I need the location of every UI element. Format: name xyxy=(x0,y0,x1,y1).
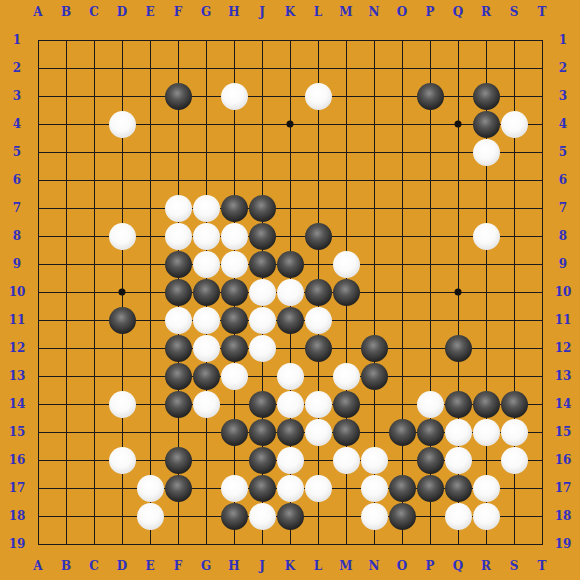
intersection-H17[interactable] xyxy=(220,474,248,502)
intersection-L15[interactable] xyxy=(304,418,332,446)
intersection-M15[interactable] xyxy=(332,418,360,446)
intersection-O17[interactable] xyxy=(388,474,416,502)
intersection-D3[interactable] xyxy=(108,82,136,110)
intersection-P7[interactable] xyxy=(416,194,444,222)
intersection-R16[interactable] xyxy=(472,446,500,474)
intersection-L7[interactable] xyxy=(304,194,332,222)
intersection-A5[interactable] xyxy=(24,138,52,166)
intersection-S15[interactable] xyxy=(500,418,528,446)
intersection-R3[interactable] xyxy=(472,82,500,110)
intersection-Q8[interactable] xyxy=(444,222,472,250)
intersection-H5[interactable] xyxy=(220,138,248,166)
intersection-J6[interactable] xyxy=(248,166,276,194)
intersection-B7[interactable] xyxy=(52,194,80,222)
intersection-F10[interactable] xyxy=(164,278,192,306)
intersection-S16[interactable] xyxy=(500,446,528,474)
intersection-N2[interactable] xyxy=(360,54,388,82)
intersection-Q17[interactable] xyxy=(444,474,472,502)
intersection-H12[interactable] xyxy=(220,334,248,362)
intersection-J10[interactable] xyxy=(248,278,276,306)
intersection-L9[interactable] xyxy=(304,250,332,278)
intersection-D14[interactable] xyxy=(108,390,136,418)
intersection-H8[interactable] xyxy=(220,222,248,250)
intersection-Q1[interactable] xyxy=(444,26,472,54)
intersection-A16[interactable] xyxy=(24,446,52,474)
intersection-O19[interactable] xyxy=(388,530,416,558)
intersection-Q13[interactable] xyxy=(444,362,472,390)
intersection-O6[interactable] xyxy=(388,166,416,194)
intersection-P13[interactable] xyxy=(416,362,444,390)
intersection-B15[interactable] xyxy=(52,418,80,446)
intersection-T13[interactable] xyxy=(528,362,556,390)
intersection-A2[interactable] xyxy=(24,54,52,82)
intersection-O10[interactable] xyxy=(388,278,416,306)
intersection-L1[interactable] xyxy=(304,26,332,54)
intersection-C12[interactable] xyxy=(80,334,108,362)
intersection-N18[interactable] xyxy=(360,502,388,530)
intersection-S2[interactable] xyxy=(500,54,528,82)
intersection-B8[interactable] xyxy=(52,222,80,250)
intersection-D11[interactable] xyxy=(108,306,136,334)
intersection-G3[interactable] xyxy=(192,82,220,110)
intersection-D4[interactable] xyxy=(108,110,136,138)
intersection-G12[interactable] xyxy=(192,334,220,362)
intersection-M2[interactable] xyxy=(332,54,360,82)
intersection-S6[interactable] xyxy=(500,166,528,194)
intersection-N9[interactable] xyxy=(360,250,388,278)
intersection-S4[interactable] xyxy=(500,110,528,138)
intersection-L11[interactable] xyxy=(304,306,332,334)
intersection-A9[interactable] xyxy=(24,250,52,278)
intersection-M7[interactable] xyxy=(332,194,360,222)
intersection-J3[interactable] xyxy=(248,82,276,110)
intersection-L2[interactable] xyxy=(304,54,332,82)
intersection-T10[interactable] xyxy=(528,278,556,306)
intersection-F17[interactable] xyxy=(164,474,192,502)
intersection-M1[interactable] xyxy=(332,26,360,54)
intersection-E7[interactable] xyxy=(136,194,164,222)
intersection-P16[interactable] xyxy=(416,446,444,474)
intersection-T8[interactable] xyxy=(528,222,556,250)
intersection-D6[interactable] xyxy=(108,166,136,194)
intersection-J19[interactable] xyxy=(248,530,276,558)
intersection-A19[interactable] xyxy=(24,530,52,558)
intersection-D2[interactable] xyxy=(108,54,136,82)
intersection-R2[interactable] xyxy=(472,54,500,82)
intersection-F19[interactable] xyxy=(164,530,192,558)
intersection-N1[interactable] xyxy=(360,26,388,54)
intersection-P11[interactable] xyxy=(416,306,444,334)
intersection-Q2[interactable] xyxy=(444,54,472,82)
intersection-R13[interactable] xyxy=(472,362,500,390)
intersection-F16[interactable] xyxy=(164,446,192,474)
intersection-P2[interactable] xyxy=(416,54,444,82)
intersection-Q6[interactable] xyxy=(444,166,472,194)
intersection-P3[interactable] xyxy=(416,82,444,110)
intersection-D8[interactable] xyxy=(108,222,136,250)
intersection-Q3[interactable] xyxy=(444,82,472,110)
intersection-N15[interactable] xyxy=(360,418,388,446)
intersection-S19[interactable] xyxy=(500,530,528,558)
intersection-N8[interactable] xyxy=(360,222,388,250)
intersection-B13[interactable] xyxy=(52,362,80,390)
intersection-H13[interactable] xyxy=(220,362,248,390)
intersection-H1[interactable] xyxy=(220,26,248,54)
intersection-F13[interactable] xyxy=(164,362,192,390)
intersection-T6[interactable] xyxy=(528,166,556,194)
intersection-F11[interactable] xyxy=(164,306,192,334)
intersection-J4[interactable] xyxy=(248,110,276,138)
intersection-F18[interactable] xyxy=(164,502,192,530)
intersection-T7[interactable] xyxy=(528,194,556,222)
intersection-G11[interactable] xyxy=(192,306,220,334)
intersection-K2[interactable] xyxy=(276,54,304,82)
intersection-B14[interactable] xyxy=(52,390,80,418)
intersection-G10[interactable] xyxy=(192,278,220,306)
intersection-N7[interactable] xyxy=(360,194,388,222)
intersection-N10[interactable] xyxy=(360,278,388,306)
intersection-O4[interactable] xyxy=(388,110,416,138)
intersection-F15[interactable] xyxy=(164,418,192,446)
intersection-B5[interactable] xyxy=(52,138,80,166)
intersection-G7[interactable] xyxy=(192,194,220,222)
intersection-Q7[interactable] xyxy=(444,194,472,222)
intersection-M12[interactable] xyxy=(332,334,360,362)
intersection-T15[interactable] xyxy=(528,418,556,446)
intersection-K10[interactable] xyxy=(276,278,304,306)
intersection-N12[interactable] xyxy=(360,334,388,362)
intersection-J11[interactable] xyxy=(248,306,276,334)
intersection-S10[interactable] xyxy=(500,278,528,306)
intersection-G8[interactable] xyxy=(192,222,220,250)
intersection-R15[interactable] xyxy=(472,418,500,446)
intersection-B12[interactable] xyxy=(52,334,80,362)
intersection-H18[interactable] xyxy=(220,502,248,530)
intersection-P5[interactable] xyxy=(416,138,444,166)
intersection-A12[interactable] xyxy=(24,334,52,362)
intersection-K15[interactable] xyxy=(276,418,304,446)
intersection-F6[interactable] xyxy=(164,166,192,194)
intersection-C6[interactable] xyxy=(80,166,108,194)
intersection-E13[interactable] xyxy=(136,362,164,390)
intersection-F2[interactable] xyxy=(164,54,192,82)
intersection-G16[interactable] xyxy=(192,446,220,474)
intersection-Q15[interactable] xyxy=(444,418,472,446)
intersection-R1[interactable] xyxy=(472,26,500,54)
intersection-J8[interactable] xyxy=(248,222,276,250)
intersection-T14[interactable] xyxy=(528,390,556,418)
intersection-O1[interactable] xyxy=(388,26,416,54)
intersection-E5[interactable] xyxy=(136,138,164,166)
intersection-F8[interactable] xyxy=(164,222,192,250)
intersection-F7[interactable] xyxy=(164,194,192,222)
intersection-T5[interactable] xyxy=(528,138,556,166)
intersection-Q9[interactable] xyxy=(444,250,472,278)
intersection-G4[interactable] xyxy=(192,110,220,138)
intersection-J18[interactable] xyxy=(248,502,276,530)
intersection-A13[interactable] xyxy=(24,362,52,390)
intersection-E11[interactable] xyxy=(136,306,164,334)
intersection-C2[interactable] xyxy=(80,54,108,82)
intersection-Q16[interactable] xyxy=(444,446,472,474)
intersection-T11[interactable] xyxy=(528,306,556,334)
intersection-H3[interactable] xyxy=(220,82,248,110)
intersection-S13[interactable] xyxy=(500,362,528,390)
intersection-E17[interactable] xyxy=(136,474,164,502)
intersection-C11[interactable] xyxy=(80,306,108,334)
intersection-S14[interactable] xyxy=(500,390,528,418)
intersection-B16[interactable] xyxy=(52,446,80,474)
intersection-S18[interactable] xyxy=(500,502,528,530)
intersection-E19[interactable] xyxy=(136,530,164,558)
intersection-H6[interactable] xyxy=(220,166,248,194)
intersection-A4[interactable] xyxy=(24,110,52,138)
intersection-T19[interactable] xyxy=(528,530,556,558)
intersection-O8[interactable] xyxy=(388,222,416,250)
intersection-Q11[interactable] xyxy=(444,306,472,334)
intersection-A11[interactable] xyxy=(24,306,52,334)
intersection-T4[interactable] xyxy=(528,110,556,138)
intersection-K13[interactable] xyxy=(276,362,304,390)
intersection-J9[interactable] xyxy=(248,250,276,278)
intersection-M14[interactable] xyxy=(332,390,360,418)
intersection-K4[interactable] xyxy=(276,110,304,138)
intersection-F4[interactable] xyxy=(164,110,192,138)
intersection-H16[interactable] xyxy=(220,446,248,474)
intersection-R10[interactable] xyxy=(472,278,500,306)
intersection-B6[interactable] xyxy=(52,166,80,194)
intersection-S17[interactable] xyxy=(500,474,528,502)
intersection-O14[interactable] xyxy=(388,390,416,418)
intersection-O11[interactable] xyxy=(388,306,416,334)
intersection-K9[interactable] xyxy=(276,250,304,278)
intersection-M17[interactable] xyxy=(332,474,360,502)
intersection-E18[interactable] xyxy=(136,502,164,530)
intersection-E15[interactable] xyxy=(136,418,164,446)
intersection-K17[interactable] xyxy=(276,474,304,502)
intersection-F1[interactable] xyxy=(164,26,192,54)
intersection-G18[interactable] xyxy=(192,502,220,530)
intersection-B2[interactable] xyxy=(52,54,80,82)
intersection-H15[interactable] xyxy=(220,418,248,446)
intersection-L13[interactable] xyxy=(304,362,332,390)
intersection-O15[interactable] xyxy=(388,418,416,446)
intersection-B9[interactable] xyxy=(52,250,80,278)
intersection-G17[interactable] xyxy=(192,474,220,502)
intersection-D1[interactable] xyxy=(108,26,136,54)
intersection-K5[interactable] xyxy=(276,138,304,166)
intersection-J14[interactable] xyxy=(248,390,276,418)
intersection-P17[interactable] xyxy=(416,474,444,502)
intersection-K19[interactable] xyxy=(276,530,304,558)
intersection-B4[interactable] xyxy=(52,110,80,138)
intersection-K1[interactable] xyxy=(276,26,304,54)
intersection-Q5[interactable] xyxy=(444,138,472,166)
intersection-H7[interactable] xyxy=(220,194,248,222)
intersection-S11[interactable] xyxy=(500,306,528,334)
intersection-N11[interactable] xyxy=(360,306,388,334)
intersection-M4[interactable] xyxy=(332,110,360,138)
intersection-A15[interactable] xyxy=(24,418,52,446)
intersection-T17[interactable] xyxy=(528,474,556,502)
intersection-R19[interactable] xyxy=(472,530,500,558)
intersection-N17[interactable] xyxy=(360,474,388,502)
intersection-L3[interactable] xyxy=(304,82,332,110)
intersection-D13[interactable] xyxy=(108,362,136,390)
intersection-Q18[interactable] xyxy=(444,502,472,530)
intersection-S8[interactable] xyxy=(500,222,528,250)
intersection-A7[interactable] xyxy=(24,194,52,222)
intersection-C18[interactable] xyxy=(80,502,108,530)
intersection-A18[interactable] xyxy=(24,502,52,530)
intersection-S1[interactable] xyxy=(500,26,528,54)
intersection-B11[interactable] xyxy=(52,306,80,334)
intersection-D7[interactable] xyxy=(108,194,136,222)
intersection-C3[interactable] xyxy=(80,82,108,110)
intersection-O12[interactable] xyxy=(388,334,416,362)
intersection-S3[interactable] xyxy=(500,82,528,110)
intersection-Q19[interactable] xyxy=(444,530,472,558)
intersection-M16[interactable] xyxy=(332,446,360,474)
intersection-N13[interactable] xyxy=(360,362,388,390)
intersection-A3[interactable] xyxy=(24,82,52,110)
intersection-S12[interactable] xyxy=(500,334,528,362)
intersection-H10[interactable] xyxy=(220,278,248,306)
intersection-P10[interactable] xyxy=(416,278,444,306)
intersection-D10[interactable] xyxy=(108,278,136,306)
intersection-H2[interactable] xyxy=(220,54,248,82)
intersection-T12[interactable] xyxy=(528,334,556,362)
intersection-M6[interactable] xyxy=(332,166,360,194)
intersection-M19[interactable] xyxy=(332,530,360,558)
intersection-H4[interactable] xyxy=(220,110,248,138)
intersection-T3[interactable] xyxy=(528,82,556,110)
intersection-C16[interactable] xyxy=(80,446,108,474)
intersection-T9[interactable] xyxy=(528,250,556,278)
intersection-E6[interactable] xyxy=(136,166,164,194)
intersection-L16[interactable] xyxy=(304,446,332,474)
intersection-J13[interactable] xyxy=(248,362,276,390)
intersection-C19[interactable] xyxy=(80,530,108,558)
intersection-L14[interactable] xyxy=(304,390,332,418)
intersection-P18[interactable] xyxy=(416,502,444,530)
intersection-D5[interactable] xyxy=(108,138,136,166)
intersection-T18[interactable] xyxy=(528,502,556,530)
intersection-O18[interactable] xyxy=(388,502,416,530)
intersection-J2[interactable] xyxy=(248,54,276,82)
intersection-O9[interactable] xyxy=(388,250,416,278)
intersection-D17[interactable] xyxy=(108,474,136,502)
intersection-T16[interactable] xyxy=(528,446,556,474)
intersection-P15[interactable] xyxy=(416,418,444,446)
intersection-O16[interactable] xyxy=(388,446,416,474)
intersection-E9[interactable] xyxy=(136,250,164,278)
intersection-M10[interactable] xyxy=(332,278,360,306)
intersection-C15[interactable] xyxy=(80,418,108,446)
intersection-C14[interactable] xyxy=(80,390,108,418)
intersection-E4[interactable] xyxy=(136,110,164,138)
intersection-P9[interactable] xyxy=(416,250,444,278)
intersection-L17[interactable] xyxy=(304,474,332,502)
intersection-C8[interactable] xyxy=(80,222,108,250)
intersection-M3[interactable] xyxy=(332,82,360,110)
intersection-R5[interactable] xyxy=(472,138,500,166)
intersection-K7[interactable] xyxy=(276,194,304,222)
intersection-M5[interactable] xyxy=(332,138,360,166)
intersection-P14[interactable] xyxy=(416,390,444,418)
intersection-K8[interactable] xyxy=(276,222,304,250)
intersection-L18[interactable] xyxy=(304,502,332,530)
intersection-F9[interactable] xyxy=(164,250,192,278)
intersection-O3[interactable] xyxy=(388,82,416,110)
intersection-R17[interactable] xyxy=(472,474,500,502)
intersection-S7[interactable] xyxy=(500,194,528,222)
intersection-E12[interactable] xyxy=(136,334,164,362)
intersection-L4[interactable] xyxy=(304,110,332,138)
intersection-C7[interactable] xyxy=(80,194,108,222)
intersection-M18[interactable] xyxy=(332,502,360,530)
intersection-H19[interactable] xyxy=(220,530,248,558)
intersection-P4[interactable] xyxy=(416,110,444,138)
intersection-E8[interactable] xyxy=(136,222,164,250)
intersection-P12[interactable] xyxy=(416,334,444,362)
intersection-Q4[interactable] xyxy=(444,110,472,138)
intersection-B19[interactable] xyxy=(52,530,80,558)
intersection-N16[interactable] xyxy=(360,446,388,474)
intersection-L8[interactable] xyxy=(304,222,332,250)
intersection-K18[interactable] xyxy=(276,502,304,530)
intersection-R7[interactable] xyxy=(472,194,500,222)
intersection-C10[interactable] xyxy=(80,278,108,306)
intersection-F12[interactable] xyxy=(164,334,192,362)
intersection-K3[interactable] xyxy=(276,82,304,110)
intersection-D19[interactable] xyxy=(108,530,136,558)
intersection-Q10[interactable] xyxy=(444,278,472,306)
intersection-A8[interactable] xyxy=(24,222,52,250)
intersection-B10[interactable] xyxy=(52,278,80,306)
intersection-R14[interactable] xyxy=(472,390,500,418)
intersection-D16[interactable] xyxy=(108,446,136,474)
intersection-M13[interactable] xyxy=(332,362,360,390)
intersection-L5[interactable] xyxy=(304,138,332,166)
intersection-G19[interactable] xyxy=(192,530,220,558)
intersection-O2[interactable] xyxy=(388,54,416,82)
intersection-F5[interactable] xyxy=(164,138,192,166)
intersection-D18[interactable] xyxy=(108,502,136,530)
intersection-L19[interactable] xyxy=(304,530,332,558)
intersection-P19[interactable] xyxy=(416,530,444,558)
intersection-C17[interactable] xyxy=(80,474,108,502)
intersection-M9[interactable] xyxy=(332,250,360,278)
intersection-R12[interactable] xyxy=(472,334,500,362)
intersection-E16[interactable] xyxy=(136,446,164,474)
intersection-L10[interactable] xyxy=(304,278,332,306)
intersection-S9[interactable] xyxy=(500,250,528,278)
intersection-J17[interactable] xyxy=(248,474,276,502)
intersection-P6[interactable] xyxy=(416,166,444,194)
intersection-F14[interactable] xyxy=(164,390,192,418)
intersection-J12[interactable] xyxy=(248,334,276,362)
intersection-H14[interactable] xyxy=(220,390,248,418)
intersection-M11[interactable] xyxy=(332,306,360,334)
intersection-G5[interactable] xyxy=(192,138,220,166)
intersection-J16[interactable] xyxy=(248,446,276,474)
intersection-B1[interactable] xyxy=(52,26,80,54)
intersection-D12[interactable] xyxy=(108,334,136,362)
intersection-H9[interactable] xyxy=(220,250,248,278)
intersection-K14[interactable] xyxy=(276,390,304,418)
intersection-C4[interactable] xyxy=(80,110,108,138)
